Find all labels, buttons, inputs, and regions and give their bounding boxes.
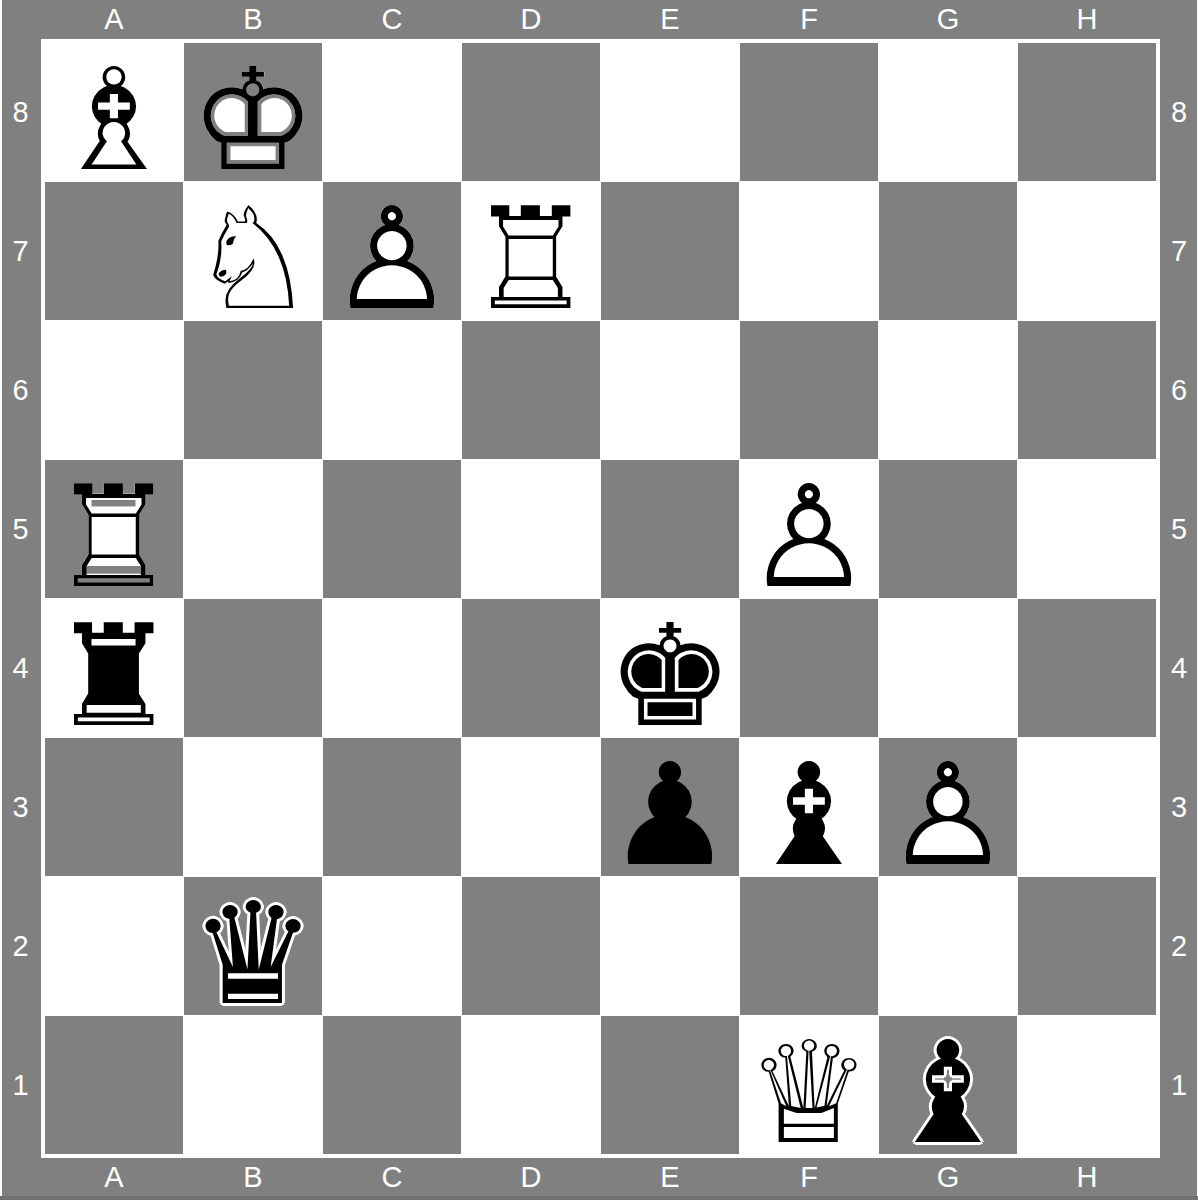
piece-white-pawn-c7[interactable]: ♟♙ (323, 182, 461, 320)
square-f4[interactable] (740, 599, 878, 737)
file-label-D: D (462, 1158, 600, 1196)
square-e5[interactable] (601, 460, 739, 598)
square-e7[interactable] (601, 182, 739, 320)
square-e3[interactable]: ♟ (601, 738, 739, 876)
square-h6[interactable] (1018, 321, 1156, 459)
square-b4[interactable] (184, 599, 322, 737)
square-d6[interactable] (462, 321, 600, 459)
square-a6[interactable] (45, 321, 183, 459)
piece-white-knight-b7[interactable]: ♞♘ (184, 182, 322, 320)
file-label-H: H (1018, 1158, 1156, 1196)
square-g3[interactable]: ♟♙ (879, 738, 1017, 876)
white-pawn-icon: ♙ (746, 467, 872, 608)
file-label-A: A (45, 0, 183, 39)
file-label-D: D (462, 0, 600, 39)
square-b3[interactable] (184, 738, 322, 876)
piece-black-pawn-e3[interactable]: ♟ (601, 738, 739, 876)
rank-label-5: 5 (0, 460, 41, 598)
square-c4[interactable] (323, 599, 461, 737)
piece-white-pawn-f5[interactable]: ♟♙ (740, 460, 878, 598)
rank-label-8: 8 (0, 43, 41, 181)
file-label-H: H (1018, 0, 1156, 39)
square-f1[interactable]: ♛♕ (740, 1016, 878, 1154)
black-king-icon: ♚ (607, 606, 733, 747)
square-h2[interactable] (1018, 877, 1156, 1015)
white-king-icon: ♔ (190, 50, 316, 191)
square-g2[interactable] (879, 877, 1017, 1015)
square-c1[interactable] (323, 1016, 461, 1154)
file-labels-top: ABCDEFGH (45, 0, 1156, 39)
square-f7[interactable] (740, 182, 878, 320)
square-d4[interactable] (462, 599, 600, 737)
black-bishop-icon: ♝ (885, 1023, 1011, 1164)
rank-label-2: 2 (0, 877, 41, 1015)
white-pawn-icon: ♙ (885, 745, 1011, 886)
square-c3[interactable] (323, 738, 461, 876)
square-a1[interactable] (45, 1016, 183, 1154)
square-e6[interactable] (601, 321, 739, 459)
black-rook-icon: ♜ (51, 606, 177, 747)
piece-black-rook-a4[interactable]: ♜ (45, 599, 183, 737)
piece-white-king-b8[interactable]: ♚♔ (184, 43, 322, 181)
rank-label-3: 3 (0, 738, 41, 876)
piece-black-bishop-g1[interactable]: ♝ (879, 1016, 1017, 1154)
square-c8[interactable] (323, 43, 461, 181)
file-label-F: F (740, 0, 878, 39)
piece-white-rook-d7[interactable]: ♜♖ (462, 182, 600, 320)
rank-labels-left: 87654321 (0, 43, 41, 1154)
square-b6[interactable] (184, 321, 322, 459)
square-f6[interactable] (740, 321, 878, 459)
black-pawn-icon: ♟ (607, 745, 733, 886)
square-h5[interactable] (1018, 460, 1156, 598)
square-d2[interactable] (462, 877, 600, 1015)
square-a3[interactable] (45, 738, 183, 876)
chess-board: ♝♗♚♔♞♘♟♙♜♖♜♖♟♙♜♚♟♝♟♙♛♛♕♝ (45, 43, 1156, 1154)
rank-label-5: 5 (1160, 460, 1198, 598)
square-h3[interactable] (1018, 738, 1156, 876)
file-label-A: A (45, 1158, 183, 1196)
square-h7[interactable] (1018, 182, 1156, 320)
square-b8[interactable]: ♚♔ (184, 43, 322, 181)
square-f3[interactable]: ♝ (740, 738, 878, 876)
rank-label-6: 6 (0, 321, 41, 459)
white-knight-icon: ♘ (190, 189, 316, 330)
piece-black-queen-b2[interactable]: ♛ (184, 877, 322, 1015)
board-border: ♝♗♚♔♞♘♟♙♜♖♜♖♟♙♜♚♟♝♟♙♛♛♕♝ (41, 39, 1160, 1158)
rank-label-1: 1 (0, 1016, 41, 1154)
black-bishop-icon: ♝ (746, 745, 872, 886)
square-c7[interactable]: ♟♙ (323, 182, 461, 320)
piece-black-bishop-f3[interactable]: ♝ (740, 738, 878, 876)
square-d7[interactable]: ♜♖ (462, 182, 600, 320)
file-label-C: C (323, 0, 461, 39)
piece-black-king-e4[interactable]: ♚ (601, 599, 739, 737)
square-e1[interactable] (601, 1016, 739, 1154)
rank-label-2: 2 (1160, 877, 1198, 1015)
square-g7[interactable] (879, 182, 1017, 320)
square-e2[interactable] (601, 877, 739, 1015)
rank-label-1: 1 (1160, 1016, 1198, 1154)
square-b1[interactable] (184, 1016, 322, 1154)
white-pawn-icon: ♙ (329, 189, 455, 330)
square-f5[interactable]: ♟♙ (740, 460, 878, 598)
piece-white-pawn-g3[interactable]: ♟♙ (879, 738, 1017, 876)
square-g1[interactable]: ♝ (879, 1016, 1017, 1154)
white-rook-icon: ♖ (468, 189, 594, 330)
square-d8[interactable] (462, 43, 600, 181)
square-b2[interactable]: ♛ (184, 877, 322, 1015)
square-c2[interactable] (323, 877, 461, 1015)
chessboard-frame: ABCDEFGH ABCDEFGH 87654321 87654321 ♝♗♚♔… (0, 0, 1198, 1200)
square-b7[interactable]: ♞♘ (184, 182, 322, 320)
square-f8[interactable] (740, 43, 878, 181)
square-c6[interactable] (323, 321, 461, 459)
square-g4[interactable] (879, 599, 1017, 737)
file-label-B: B (184, 1158, 322, 1196)
file-label-G: G (879, 0, 1017, 39)
square-d5[interactable] (462, 460, 600, 598)
square-g5[interactable] (879, 460, 1017, 598)
black-queen-icon: ♛ (190, 884, 316, 1025)
square-e4[interactable]: ♚ (601, 599, 739, 737)
square-g6[interactable] (879, 321, 1017, 459)
square-h4[interactable] (1018, 599, 1156, 737)
square-e8[interactable] (601, 43, 739, 181)
rank-labels-right: 87654321 (1160, 43, 1198, 1154)
square-a2[interactable] (45, 877, 183, 1015)
rank-label-3: 3 (1160, 738, 1198, 876)
rank-label-7: 7 (0, 182, 41, 320)
rank-label-4: 4 (1160, 599, 1198, 737)
rank-label-4: 4 (0, 599, 41, 737)
rank-label-8: 8 (1160, 43, 1198, 181)
square-d1[interactable] (462, 1016, 600, 1154)
square-h1[interactable] (1018, 1016, 1156, 1154)
square-d3[interactable] (462, 738, 600, 876)
file-label-E: E (601, 1158, 739, 1196)
square-f2[interactable] (740, 877, 878, 1015)
file-label-E: E (601, 0, 739, 39)
square-a4[interactable]: ♜ (45, 599, 183, 737)
file-label-B: B (184, 0, 322, 39)
rank-label-6: 6 (1160, 321, 1198, 459)
square-g8[interactable] (879, 43, 1017, 181)
rank-label-7: 7 (1160, 182, 1198, 320)
white-bishop-icon: ♗ (51, 50, 177, 191)
piece-white-queen-f1[interactable]: ♛♕ (740, 1016, 878, 1154)
square-c5[interactable] (323, 460, 461, 598)
bottom-edge-line (0, 1196, 1198, 1200)
square-b5[interactable] (184, 460, 322, 598)
white-rook-icon: ♖ (51, 467, 177, 608)
square-a7[interactable] (45, 182, 183, 320)
square-a8[interactable]: ♝♗ (45, 43, 183, 181)
square-h8[interactable] (1018, 43, 1156, 181)
piece-white-rook-a5[interactable]: ♜♖ (45, 460, 183, 598)
file-label-C: C (323, 1158, 461, 1196)
piece-white-bishop-a8[interactable]: ♝♗ (45, 43, 183, 181)
white-queen-icon: ♕ (746, 1023, 872, 1164)
square-a5[interactable]: ♜♖ (45, 460, 183, 598)
